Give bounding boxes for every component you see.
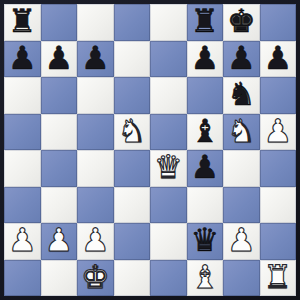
square-b5[interactable] bbox=[41, 114, 78, 151]
square-e7[interactable] bbox=[150, 41, 187, 78]
square-e8[interactable] bbox=[150, 4, 187, 41]
chess-board-frame: ♜♜♚♟♟♟♟♟♟♞♞♝♞♟♛♟♟♟♟♛♟♚♝♜ bbox=[0, 0, 300, 300]
square-a8[interactable]: ♜ bbox=[4, 4, 41, 41]
square-f7[interactable]: ♟ bbox=[187, 41, 224, 78]
piece-black-pawn: ♟ bbox=[190, 151, 219, 183]
square-h4[interactable] bbox=[260, 150, 297, 187]
square-b2[interactable]: ♟ bbox=[41, 223, 78, 260]
piece-black-bishop: ♝ bbox=[190, 115, 219, 147]
square-b4[interactable] bbox=[41, 150, 78, 187]
piece-white-king: ♚ bbox=[81, 261, 110, 293]
square-h8[interactable] bbox=[260, 4, 297, 41]
piece-white-pawn: ♟ bbox=[8, 224, 37, 256]
square-e5[interactable] bbox=[150, 114, 187, 151]
square-c4[interactable] bbox=[77, 150, 114, 187]
square-h7[interactable]: ♟ bbox=[260, 41, 297, 78]
square-d2[interactable] bbox=[114, 223, 151, 260]
piece-black-pawn: ♟ bbox=[44, 42, 73, 74]
piece-white-rook: ♜ bbox=[263, 261, 292, 293]
piece-white-pawn: ♟ bbox=[227, 224, 256, 256]
square-g8[interactable]: ♚ bbox=[223, 4, 260, 41]
piece-black-knight: ♞ bbox=[227, 78, 256, 110]
piece-white-queen: ♛ bbox=[154, 151, 183, 183]
piece-black-rook: ♜ bbox=[190, 5, 219, 37]
square-g4[interactable] bbox=[223, 150, 260, 187]
square-b1[interactable] bbox=[41, 260, 78, 297]
square-c5[interactable] bbox=[77, 114, 114, 151]
square-h6[interactable] bbox=[260, 77, 297, 114]
square-a5[interactable] bbox=[4, 114, 41, 151]
square-e1[interactable] bbox=[150, 260, 187, 297]
piece-black-rook: ♜ bbox=[8, 5, 37, 37]
square-f6[interactable] bbox=[187, 77, 224, 114]
square-c1[interactable]: ♚ bbox=[77, 260, 114, 297]
piece-white-knight: ♞ bbox=[117, 115, 146, 147]
square-d6[interactable] bbox=[114, 77, 151, 114]
square-f1[interactable]: ♝ bbox=[187, 260, 224, 297]
square-g3[interactable] bbox=[223, 187, 260, 224]
square-h5[interactable]: ♟ bbox=[260, 114, 297, 151]
square-c3[interactable] bbox=[77, 187, 114, 224]
square-d8[interactable] bbox=[114, 4, 151, 41]
square-d7[interactable] bbox=[114, 41, 151, 78]
square-d1[interactable] bbox=[114, 260, 151, 297]
piece-white-pawn: ♟ bbox=[263, 115, 292, 147]
square-h1[interactable]: ♜ bbox=[260, 260, 297, 297]
square-a2[interactable]: ♟ bbox=[4, 223, 41, 260]
square-b6[interactable] bbox=[41, 77, 78, 114]
square-c2[interactable]: ♟ bbox=[77, 223, 114, 260]
square-c8[interactable] bbox=[77, 4, 114, 41]
square-b7[interactable]: ♟ bbox=[41, 41, 78, 78]
square-e4[interactable]: ♛ bbox=[150, 150, 187, 187]
square-g1[interactable] bbox=[223, 260, 260, 297]
square-f8[interactable]: ♜ bbox=[187, 4, 224, 41]
piece-black-king: ♚ bbox=[227, 5, 256, 37]
square-f3[interactable] bbox=[187, 187, 224, 224]
piece-black-queen: ♛ bbox=[190, 224, 219, 256]
square-f4[interactable]: ♟ bbox=[187, 150, 224, 187]
piece-black-pawn: ♟ bbox=[190, 42, 219, 74]
square-a3[interactable] bbox=[4, 187, 41, 224]
square-g5[interactable]: ♞ bbox=[223, 114, 260, 151]
square-d4[interactable] bbox=[114, 150, 151, 187]
chess-board: ♜♜♚♟♟♟♟♟♟♞♞♝♞♟♛♟♟♟♟♛♟♚♝♜ bbox=[4, 4, 296, 296]
piece-black-pawn: ♟ bbox=[227, 42, 256, 74]
square-b3[interactable] bbox=[41, 187, 78, 224]
square-h3[interactable] bbox=[260, 187, 297, 224]
square-a6[interactable] bbox=[4, 77, 41, 114]
piece-white-pawn: ♟ bbox=[44, 224, 73, 256]
square-d3[interactable] bbox=[114, 187, 151, 224]
square-a4[interactable] bbox=[4, 150, 41, 187]
square-g7[interactable]: ♟ bbox=[223, 41, 260, 78]
square-a7[interactable]: ♟ bbox=[4, 41, 41, 78]
square-a1[interactable] bbox=[4, 260, 41, 297]
piece-black-pawn: ♟ bbox=[263, 42, 292, 74]
piece-white-bishop: ♝ bbox=[190, 261, 219, 293]
square-f5[interactable]: ♝ bbox=[187, 114, 224, 151]
square-b8[interactable] bbox=[41, 4, 78, 41]
square-e3[interactable] bbox=[150, 187, 187, 224]
piece-white-pawn: ♟ bbox=[81, 224, 110, 256]
square-c6[interactable] bbox=[77, 77, 114, 114]
square-g2[interactable]: ♟ bbox=[223, 223, 260, 260]
piece-white-knight: ♞ bbox=[227, 115, 256, 147]
square-e2[interactable] bbox=[150, 223, 187, 260]
piece-black-pawn: ♟ bbox=[81, 42, 110, 74]
square-f2[interactable]: ♛ bbox=[187, 223, 224, 260]
square-e6[interactable] bbox=[150, 77, 187, 114]
piece-black-pawn: ♟ bbox=[8, 42, 37, 74]
square-g6[interactable]: ♞ bbox=[223, 77, 260, 114]
square-c7[interactable]: ♟ bbox=[77, 41, 114, 78]
square-h2[interactable] bbox=[260, 223, 297, 260]
square-d5[interactable]: ♞ bbox=[114, 114, 151, 151]
